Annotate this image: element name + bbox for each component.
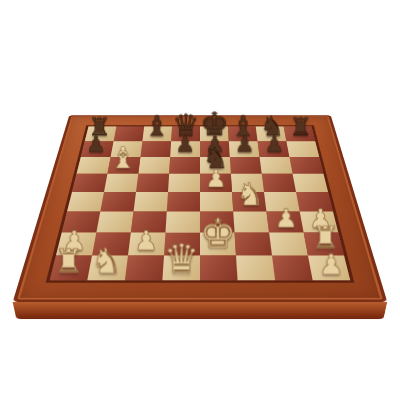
square-e5: ♟ xyxy=(200,174,232,192)
square-f6 xyxy=(230,157,262,174)
square-d5 xyxy=(168,174,200,192)
piece-white-pawn-h1: ♟ xyxy=(318,251,343,279)
piece-black-bishop-c8: ♝ xyxy=(144,112,169,140)
square-a7: ♟ xyxy=(81,141,114,157)
piece-black-rook-a8: ♜ xyxy=(88,115,111,140)
square-e6: ♞ xyxy=(200,157,231,174)
square-a2: ♟ xyxy=(56,233,96,256)
square-g8: ♞ xyxy=(256,126,287,141)
square-a6 xyxy=(77,157,111,174)
square-g4 xyxy=(264,192,300,212)
board-frame: ♜♝♛♚♝♞♜♟♟♟♟♟♝♞♟♞♟♟♟♟♚♜♜♞♛♟ xyxy=(13,115,388,302)
square-d8: ♛ xyxy=(171,126,200,141)
square-f4: ♞ xyxy=(232,192,266,212)
square-c5 xyxy=(136,174,169,192)
square-a4 xyxy=(67,192,104,212)
square-a1: ♜ xyxy=(50,255,92,280)
perspective-wrapper: ♜♝♛♚♝♞♜♟♟♟♟♟♝♞♟♞♟♟♟♟♚♜♜♞♛♟ xyxy=(13,115,388,302)
piece-black-king-e8: ♚ xyxy=(200,108,229,140)
square-d6 xyxy=(169,157,200,174)
square-e8: ♚ xyxy=(200,126,229,141)
board-front-edge xyxy=(13,302,388,319)
square-e1 xyxy=(200,255,238,280)
square-d1: ♛ xyxy=(162,255,200,280)
square-b2 xyxy=(92,233,131,256)
square-c1 xyxy=(125,255,164,280)
square-h2: ♜ xyxy=(304,233,344,256)
square-a8: ♜ xyxy=(85,126,117,141)
square-b5 xyxy=(104,174,138,192)
square-b4 xyxy=(100,192,136,212)
square-h1: ♟ xyxy=(308,255,350,280)
square-f1 xyxy=(236,255,275,280)
chess-set-photo: ♜♝♛♚♝♞♜♟♟♟♟♟♝♞♟♞♟♟♟♟♚♜♜♞♛♟ xyxy=(0,0,400,400)
square-h4 xyxy=(296,192,333,212)
square-g7: ♟ xyxy=(258,141,290,157)
square-c2: ♟ xyxy=(128,233,165,256)
square-d7: ♟ xyxy=(170,141,200,157)
square-b8 xyxy=(114,126,145,141)
square-g6 xyxy=(260,157,293,174)
piece-white-rook-h2: ♜ xyxy=(312,223,340,254)
piece-black-knight-g8: ♞ xyxy=(260,113,284,140)
square-f8: ♝ xyxy=(228,126,258,141)
square-g2 xyxy=(269,233,308,256)
square-f2 xyxy=(235,233,272,256)
square-b1: ♞ xyxy=(87,255,128,280)
square-f5 xyxy=(231,174,264,192)
square-e7: ♟ xyxy=(200,141,230,157)
square-e2: ♚ xyxy=(200,233,236,256)
square-d3 xyxy=(165,212,200,233)
square-h5 xyxy=(293,174,328,192)
piece-white-pawn-h3: ♟ xyxy=(309,205,332,231)
square-a5 xyxy=(72,174,107,192)
piece-white-pawn-g3: ♟ xyxy=(275,205,298,231)
square-c4 xyxy=(134,192,168,212)
square-e3 xyxy=(200,212,235,233)
square-h7 xyxy=(286,141,319,157)
piece-black-bishop-f8: ♝ xyxy=(231,112,256,140)
square-b7 xyxy=(111,141,143,157)
square-d4 xyxy=(167,192,200,212)
square-f3 xyxy=(233,212,269,233)
square-c8: ♝ xyxy=(142,126,172,141)
square-g1 xyxy=(272,255,313,280)
square-h6 xyxy=(289,157,323,174)
square-a3 xyxy=(62,212,101,233)
square-c6 xyxy=(138,157,170,174)
square-b3 xyxy=(96,212,133,233)
square-g3: ♟ xyxy=(266,212,303,233)
square-c7 xyxy=(140,141,171,157)
square-e4 xyxy=(200,192,233,212)
square-g5 xyxy=(262,174,296,192)
square-f7: ♟ xyxy=(229,141,260,157)
square-d2 xyxy=(164,233,200,256)
square-b6: ♝ xyxy=(107,157,140,174)
square-h8: ♜ xyxy=(284,126,316,141)
chess-board: ♜♝♛♚♝♞♜♟♟♟♟♟♝♞♟♞♟♟♟♟♚♜♜♞♛♟ xyxy=(46,125,355,283)
piece-black-rook-h8: ♜ xyxy=(289,115,312,140)
square-h3: ♟ xyxy=(300,212,339,233)
square-c3 xyxy=(131,212,167,233)
piece-black-queen-d8: ♛ xyxy=(172,110,199,141)
